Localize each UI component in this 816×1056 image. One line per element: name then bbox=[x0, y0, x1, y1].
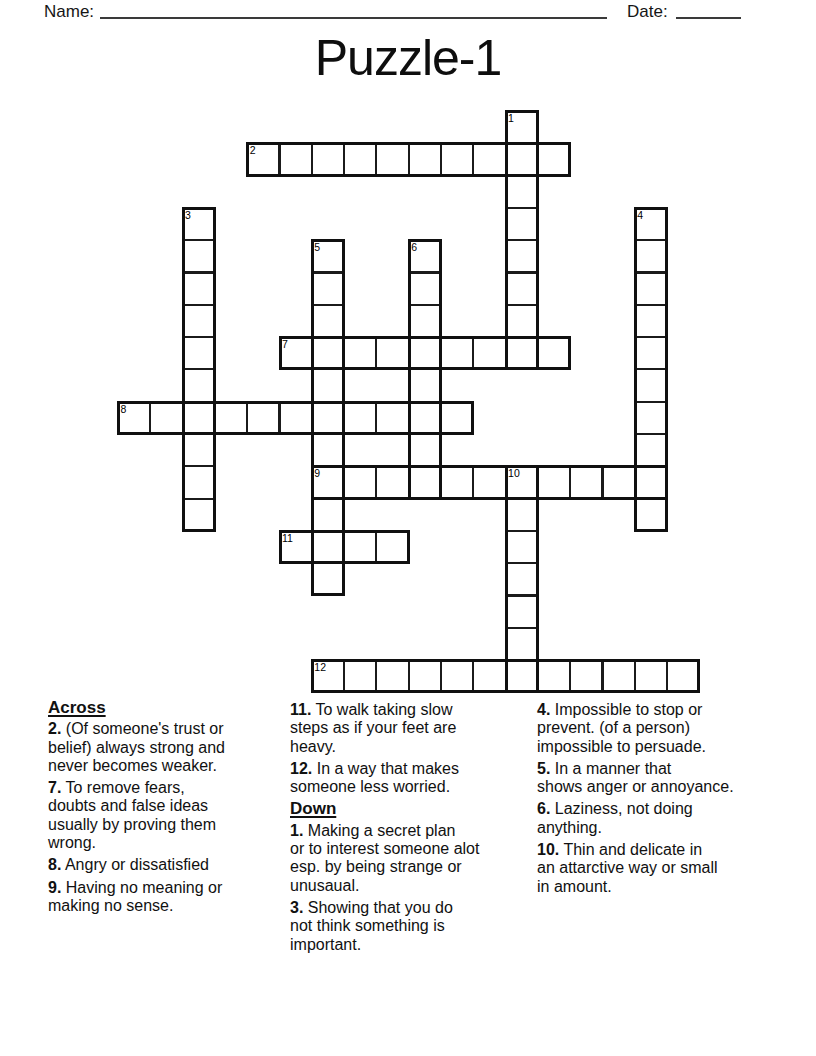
grid-cell-r11-c14[interactable] bbox=[569, 465, 603, 499]
grid-cell-r17-c7[interactable] bbox=[343, 659, 377, 693]
grid-cell-r15-c12[interactable] bbox=[505, 595, 539, 629]
grid-cell-r8-c6[interactable] bbox=[311, 368, 345, 402]
cell-number-8: 8 bbox=[121, 404, 127, 415]
grid-cell-r11-c11[interactable] bbox=[472, 465, 506, 499]
grid-cell-r9-c16[interactable] bbox=[634, 401, 668, 435]
clue-number: 4. bbox=[537, 701, 550, 718]
cell-number-5: 5 bbox=[314, 242, 320, 253]
clue-3: 3. Showing that you do not think somethi… bbox=[290, 899, 542, 954]
clue-text: Laziness, not doing anything. bbox=[537, 800, 693, 835]
clue-8: 8. Angry or dissatisfied bbox=[48, 856, 286, 874]
clue-text: To walk taking slow steps as if your fee… bbox=[290, 701, 456, 755]
grid-cell-r7-c16[interactable] bbox=[634, 336, 668, 370]
grid-cell-r14-c12[interactable] bbox=[505, 562, 539, 596]
grid-cell-r3-c12[interactable] bbox=[505, 207, 539, 241]
grid-cell-r5-c16[interactable] bbox=[634, 272, 668, 306]
cell-number-2: 2 bbox=[250, 145, 256, 156]
name-label: Name: bbox=[44, 2, 94, 22]
grid-cell-r16-c12[interactable] bbox=[505, 627, 539, 661]
puzzle-title: Puzzle-1 bbox=[0, 33, 816, 83]
cell-number-9: 9 bbox=[314, 468, 320, 479]
clue-1: 1. Making a secret plan or to interest s… bbox=[290, 822, 542, 895]
clue-heading-label: Down bbox=[290, 799, 336, 818]
clue-text: In a manner that shows anger or annoyanc… bbox=[537, 760, 734, 795]
grid-cell-r7-c6[interactable] bbox=[311, 336, 345, 370]
clue-7: 7. To remove fears, doubts and false ide… bbox=[48, 779, 286, 852]
grid-cell-r6-c12[interactable] bbox=[505, 304, 539, 338]
grid-cell-r9-c7[interactable] bbox=[343, 401, 377, 435]
grid-cell-r17-c8[interactable] bbox=[375, 659, 409, 693]
grid-cell-r13-c8[interactable] bbox=[375, 530, 409, 564]
grid-cell-r10-c2[interactable] bbox=[182, 433, 216, 467]
grid-cell-r11-c15[interactable] bbox=[602, 465, 636, 499]
grid-cell-r2-c12[interactable] bbox=[505, 175, 539, 209]
clue-text: Showing that you do not think something … bbox=[290, 899, 453, 953]
grid-cell-r7-c8[interactable] bbox=[375, 336, 409, 370]
clue-number: 2. bbox=[48, 720, 61, 737]
grid-cell-r6-c9[interactable] bbox=[408, 304, 442, 338]
clue-text: To remove fears, doubts and false ideas … bbox=[48, 779, 216, 851]
grid-cell-r13-c12[interactable] bbox=[505, 530, 539, 564]
grid-cell-r10-c6[interactable] bbox=[311, 433, 345, 467]
clue-text: (Of someone's trust or belief) always st… bbox=[48, 720, 225, 774]
grid-cell-r7-c13[interactable] bbox=[537, 336, 571, 370]
cell-number-4: 4 bbox=[637, 210, 643, 221]
grid-cell-r17-c11[interactable] bbox=[472, 659, 506, 693]
grid-cell-r13-c7[interactable] bbox=[343, 530, 377, 564]
grid-cell-r5-c12[interactable] bbox=[505, 272, 539, 306]
grid-cell-r11-c16[interactable] bbox=[634, 465, 668, 499]
grid-cell-r4-c2[interactable] bbox=[182, 239, 216, 273]
grid-cell-r1-c8[interactable] bbox=[375, 142, 409, 176]
grid-cell-r1-c6[interactable] bbox=[311, 142, 345, 176]
clue-11: 11. To walk taking slow steps as if your… bbox=[290, 701, 542, 756]
grid-cell-r8-c2[interactable] bbox=[182, 368, 216, 402]
grid-cell-r9-c8[interactable] bbox=[375, 401, 409, 435]
clue-number: 12. bbox=[290, 760, 312, 777]
grid-cell-r1-c12[interactable] bbox=[505, 142, 539, 176]
clue-heading-label: Across bbox=[48, 698, 106, 717]
cell-number-3: 3 bbox=[185, 210, 191, 221]
grid-cell-r17-c13[interactable] bbox=[537, 659, 571, 693]
grid-cell-r9-c10[interactable] bbox=[440, 401, 474, 435]
clue-6: 6. Laziness, not doing anything. bbox=[537, 800, 777, 837]
clue-text: Angry or dissatisfied bbox=[65, 856, 209, 873]
grid-cell-r9-c6[interactable] bbox=[311, 401, 345, 435]
grid-cell-r7-c11[interactable] bbox=[472, 336, 506, 370]
grid-cell-r12-c16[interactable] bbox=[634, 498, 668, 532]
grid-cell-r1-c9[interactable] bbox=[408, 142, 442, 176]
cell-number-10: 10 bbox=[508, 468, 520, 479]
grid-cell-r9-c2[interactable] bbox=[182, 401, 216, 435]
grid-cell-r17-c16[interactable] bbox=[634, 659, 668, 693]
grid-cell-r8-c16[interactable] bbox=[634, 368, 668, 402]
grid-cell-r17-c14[interactable] bbox=[569, 659, 603, 693]
grid-cell-r17-c17[interactable] bbox=[666, 659, 700, 693]
clue-10: 10. Thin and delicate in an attarctive w… bbox=[537, 841, 777, 896]
grid-cell-r11-c13[interactable] bbox=[537, 465, 571, 499]
clue-column-left: Across2. (Of someone's trust or belief) … bbox=[48, 699, 286, 919]
grid-cell-r4-c12[interactable] bbox=[505, 239, 539, 273]
grid-cell-r9-c3[interactable] bbox=[214, 401, 248, 435]
grid-cell-r14-c6[interactable] bbox=[311, 562, 345, 596]
grid-cell-r17-c12[interactable] bbox=[505, 659, 539, 693]
cell-number-6: 6 bbox=[411, 242, 417, 253]
clue-heading-down: Down bbox=[290, 800, 542, 818]
worksheet-page: Name: Date: Puzzle-1 123456789101112 Acr… bbox=[0, 0, 816, 1056]
grid-cell-r17-c9[interactable] bbox=[408, 659, 442, 693]
grid-cell-r13-c6[interactable] bbox=[311, 530, 345, 564]
grid-cell-r9-c5[interactable] bbox=[279, 401, 313, 435]
clue-number: 5. bbox=[537, 760, 550, 777]
crossword-grid: 123456789101112 bbox=[117, 110, 705, 698]
cell-number-12: 12 bbox=[314, 662, 326, 673]
clue-2: 2. (Of someone's trust or belief) always… bbox=[48, 720, 286, 775]
grid-cell-r5-c6[interactable] bbox=[311, 272, 345, 306]
grid-cell-r7-c2[interactable] bbox=[182, 336, 216, 370]
grid-cell-r17-c10[interactable] bbox=[440, 659, 474, 693]
grid-cell-r11-c8[interactable] bbox=[375, 465, 409, 499]
clue-number: 11. bbox=[290, 701, 311, 718]
grid-cell-r10-c16[interactable] bbox=[634, 433, 668, 467]
grid-cell-r9-c4[interactable] bbox=[246, 401, 280, 435]
grid-cell-r7-c9[interactable] bbox=[408, 336, 442, 370]
clue-number: 9. bbox=[48, 879, 61, 896]
grid-cell-r7-c10[interactable] bbox=[440, 336, 474, 370]
name-blank-line bbox=[100, 0, 607, 19]
date-label: Date: bbox=[627, 2, 668, 22]
grid-cell-r7-c12[interactable] bbox=[505, 336, 539, 370]
clue-number: 10. bbox=[537, 841, 559, 858]
grid-cell-r11-c7[interactable] bbox=[343, 465, 377, 499]
cell-number-11: 11 bbox=[282, 533, 293, 544]
clue-number: 7. bbox=[48, 779, 61, 796]
grid-cell-r6-c6[interactable] bbox=[311, 304, 345, 338]
grid-cell-r9-c1[interactable] bbox=[149, 401, 183, 435]
clue-text: Impossible to stop or prevent. (of a per… bbox=[537, 701, 706, 755]
cell-number-1: 1 bbox=[508, 113, 514, 124]
grid-cell-r11-c2[interactable] bbox=[182, 465, 216, 499]
clue-text: Making a secret plan or to interest some… bbox=[290, 822, 479, 894]
clue-heading-across: Across bbox=[48, 699, 286, 717]
grid-cell-r1-c13[interactable] bbox=[537, 142, 571, 176]
grid-cell-r11-c9[interactable] bbox=[408, 465, 442, 499]
grid-cell-r7-c7[interactable] bbox=[343, 336, 377, 370]
grid-cell-r12-c2[interactable] bbox=[182, 498, 216, 532]
grid-cell-r6-c2[interactable] bbox=[182, 304, 216, 338]
grid-cell-r17-c15[interactable] bbox=[602, 659, 636, 693]
clue-text: In a way that makes someone less worried… bbox=[290, 760, 459, 795]
grid-cell-r6-c16[interactable] bbox=[634, 304, 668, 338]
grid-cell-r5-c2[interactable] bbox=[182, 272, 216, 306]
clue-number: 6. bbox=[537, 800, 550, 817]
clue-text: Having no meaning or making no sense. bbox=[48, 879, 222, 914]
grid-cell-r8-c9[interactable] bbox=[408, 368, 442, 402]
grid-cell-r12-c6[interactable] bbox=[311, 498, 345, 532]
clue-4: 4. Impossible to stop or prevent. (of a … bbox=[537, 701, 777, 756]
clue-number: 1. bbox=[290, 822, 303, 839]
clue-text: Thin and delicate in an attarctive way o… bbox=[537, 841, 718, 895]
clue-number: 8. bbox=[48, 856, 61, 873]
grid-cell-r11-c10[interactable] bbox=[440, 465, 474, 499]
cell-number-7: 7 bbox=[282, 339, 288, 350]
grid-cell-r1-c10[interactable] bbox=[440, 142, 474, 176]
grid-cell-r1-c5[interactable] bbox=[279, 142, 313, 176]
clue-number: 3. bbox=[290, 899, 303, 916]
clue-12: 12. In a way that makes someone less wor… bbox=[290, 760, 542, 797]
grid-cell-r5-c9[interactable] bbox=[408, 272, 442, 306]
clue-column-middle: 11. To walk taking slow steps as if your… bbox=[290, 701, 542, 958]
clue-column-right: 4. Impossible to stop or prevent. (of a … bbox=[537, 701, 777, 900]
grid-cell-r4-c16[interactable] bbox=[634, 239, 668, 273]
grid-cell-r12-c12[interactable] bbox=[505, 498, 539, 532]
grid-cell-r10-c9[interactable] bbox=[408, 433, 442, 467]
grid-cell-r1-c11[interactable] bbox=[472, 142, 506, 176]
grid-cell-r1-c7[interactable] bbox=[343, 142, 377, 176]
grid-cell-r9-c9[interactable] bbox=[408, 401, 442, 435]
date-blank-line bbox=[676, 0, 741, 19]
clue-5: 5. In a manner that shows anger or annoy… bbox=[537, 760, 777, 797]
clue-9: 9. Having no meaning or making no sense. bbox=[48, 879, 286, 916]
